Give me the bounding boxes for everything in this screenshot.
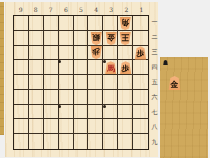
board-cell[interactable] [88,134,103,149]
board-cell[interactable] [74,46,89,61]
board-cell[interactable] [29,60,44,75]
file-label: 8 [28,5,43,15]
board-cell[interactable] [44,16,59,31]
board-cell[interactable] [133,31,148,46]
board-cell[interactable] [133,16,148,31]
board-cell[interactable] [88,75,103,90]
file-labels: 987654321 [13,5,149,15]
board-cell[interactable] [29,90,44,105]
board-cell[interactable] [44,46,59,61]
board-cell[interactable] [74,134,89,149]
board-cell[interactable] [103,119,118,134]
hand-piece-金[interactable]: 金 [168,76,181,90]
rank-label: 八 [150,120,159,135]
board-cell[interactable] [59,60,74,75]
board-cell[interactable] [59,75,74,90]
board-cell[interactable] [88,60,103,75]
rank-label: 一 [150,15,159,30]
board-cell[interactable] [44,119,59,134]
board-cell[interactable] [74,90,89,105]
board-cell[interactable] [88,105,103,120]
board-cell[interactable] [14,134,29,149]
star-point [103,105,106,108]
board-cell[interactable] [59,31,74,46]
board-cell[interactable] [74,16,89,31]
rank-labels: 一二三四五六七八九 [150,15,159,150]
board-cell[interactable] [29,31,44,46]
board-cell[interactable] [103,75,118,90]
board-cell[interactable] [29,134,44,149]
board-cell[interactable] [74,75,89,90]
board-cell[interactable] [103,46,118,61]
rank-label: 三 [150,45,159,60]
board-cell[interactable] [133,60,148,75]
board-cell[interactable] [59,119,74,134]
board-grid[interactable]: 角銀金王歩歩馬歩 [13,15,149,150]
file-label: 9 [13,5,28,15]
board-cell[interactable] [133,105,148,120]
file-label: 2 [119,5,134,15]
board-cell[interactable] [44,105,59,120]
board-cell[interactable] [44,31,59,46]
rank-label: 六 [150,90,159,105]
star-point [58,105,61,108]
star-point [103,60,106,63]
board-cell[interactable] [59,105,74,120]
board-cell[interactable] [118,119,133,134]
board-cell[interactable] [118,90,133,105]
file-label: 6 [58,5,73,15]
board-cell[interactable] [88,16,103,31]
board-cell[interactable] [74,119,89,134]
file-label: 1 [134,5,149,15]
board-cell[interactable] [118,105,133,120]
board-cell[interactable] [133,119,148,134]
board-cell[interactable] [44,134,59,149]
board-cell[interactable] [44,90,59,105]
board-cell[interactable] [133,90,148,105]
gote-komadai-strip [0,2,4,135]
board-cell[interactable] [103,134,118,149]
rank-label: 二 [150,30,159,45]
board-cell[interactable] [118,46,133,61]
board-cell[interactable] [88,90,103,105]
piece-glyph: 歩 [135,48,146,59]
board-cell[interactable] [29,119,44,134]
file-label: 7 [43,5,58,15]
rank-label: 九 [150,135,159,150]
rank-label: 七 [150,105,159,120]
piece-glyph: 金 [169,79,181,90]
board-cell[interactable] [29,46,44,61]
rank-label: 五 [150,75,159,90]
piece-glyph: 馬 [105,63,116,74]
board-cell[interactable] [14,60,29,75]
board-cell[interactable] [133,134,148,149]
board-cell[interactable] [59,134,74,149]
board-cell[interactable] [29,105,44,120]
board-cell[interactable] [59,16,74,31]
board-cell[interactable] [14,16,29,31]
board-cell[interactable] [29,16,44,31]
board-cell[interactable] [14,105,29,120]
board-cell[interactable] [74,60,89,75]
file-label: 4 [89,5,104,15]
komadai-sente[interactable]: 金 [160,57,208,158]
board-cell[interactable] [118,134,133,149]
board-cell[interactable] [14,90,29,105]
board-cell[interactable] [44,60,59,75]
board-cell[interactable] [29,75,44,90]
board-cell[interactable] [14,119,29,134]
file-label: 5 [73,5,88,15]
board-cell[interactable] [14,46,29,61]
file-label: 3 [104,5,119,15]
sente-hand-marker-icon [163,60,168,65]
board-cell[interactable] [44,75,59,90]
board-cell[interactable] [59,90,74,105]
board-cell[interactable] [74,31,89,46]
board-cell[interactable] [59,46,74,61]
board-cell[interactable] [14,31,29,46]
star-point [58,60,61,63]
board-cell[interactable] [133,75,148,90]
board-cell[interactable] [103,16,118,31]
sente-hand-area: 金 [168,76,181,90]
board-cell[interactable] [103,90,118,105]
piece-glyph: 歩 [120,63,131,74]
shogi-board: 987654321 一二三四五六七八九 角銀金王歩歩馬歩 [5,2,158,157]
board-cell[interactable] [118,75,133,90]
board-cell[interactable] [14,75,29,90]
rank-label: 四 [150,60,159,75]
board-cell[interactable] [74,105,89,120]
board-cell[interactable] [88,119,103,134]
